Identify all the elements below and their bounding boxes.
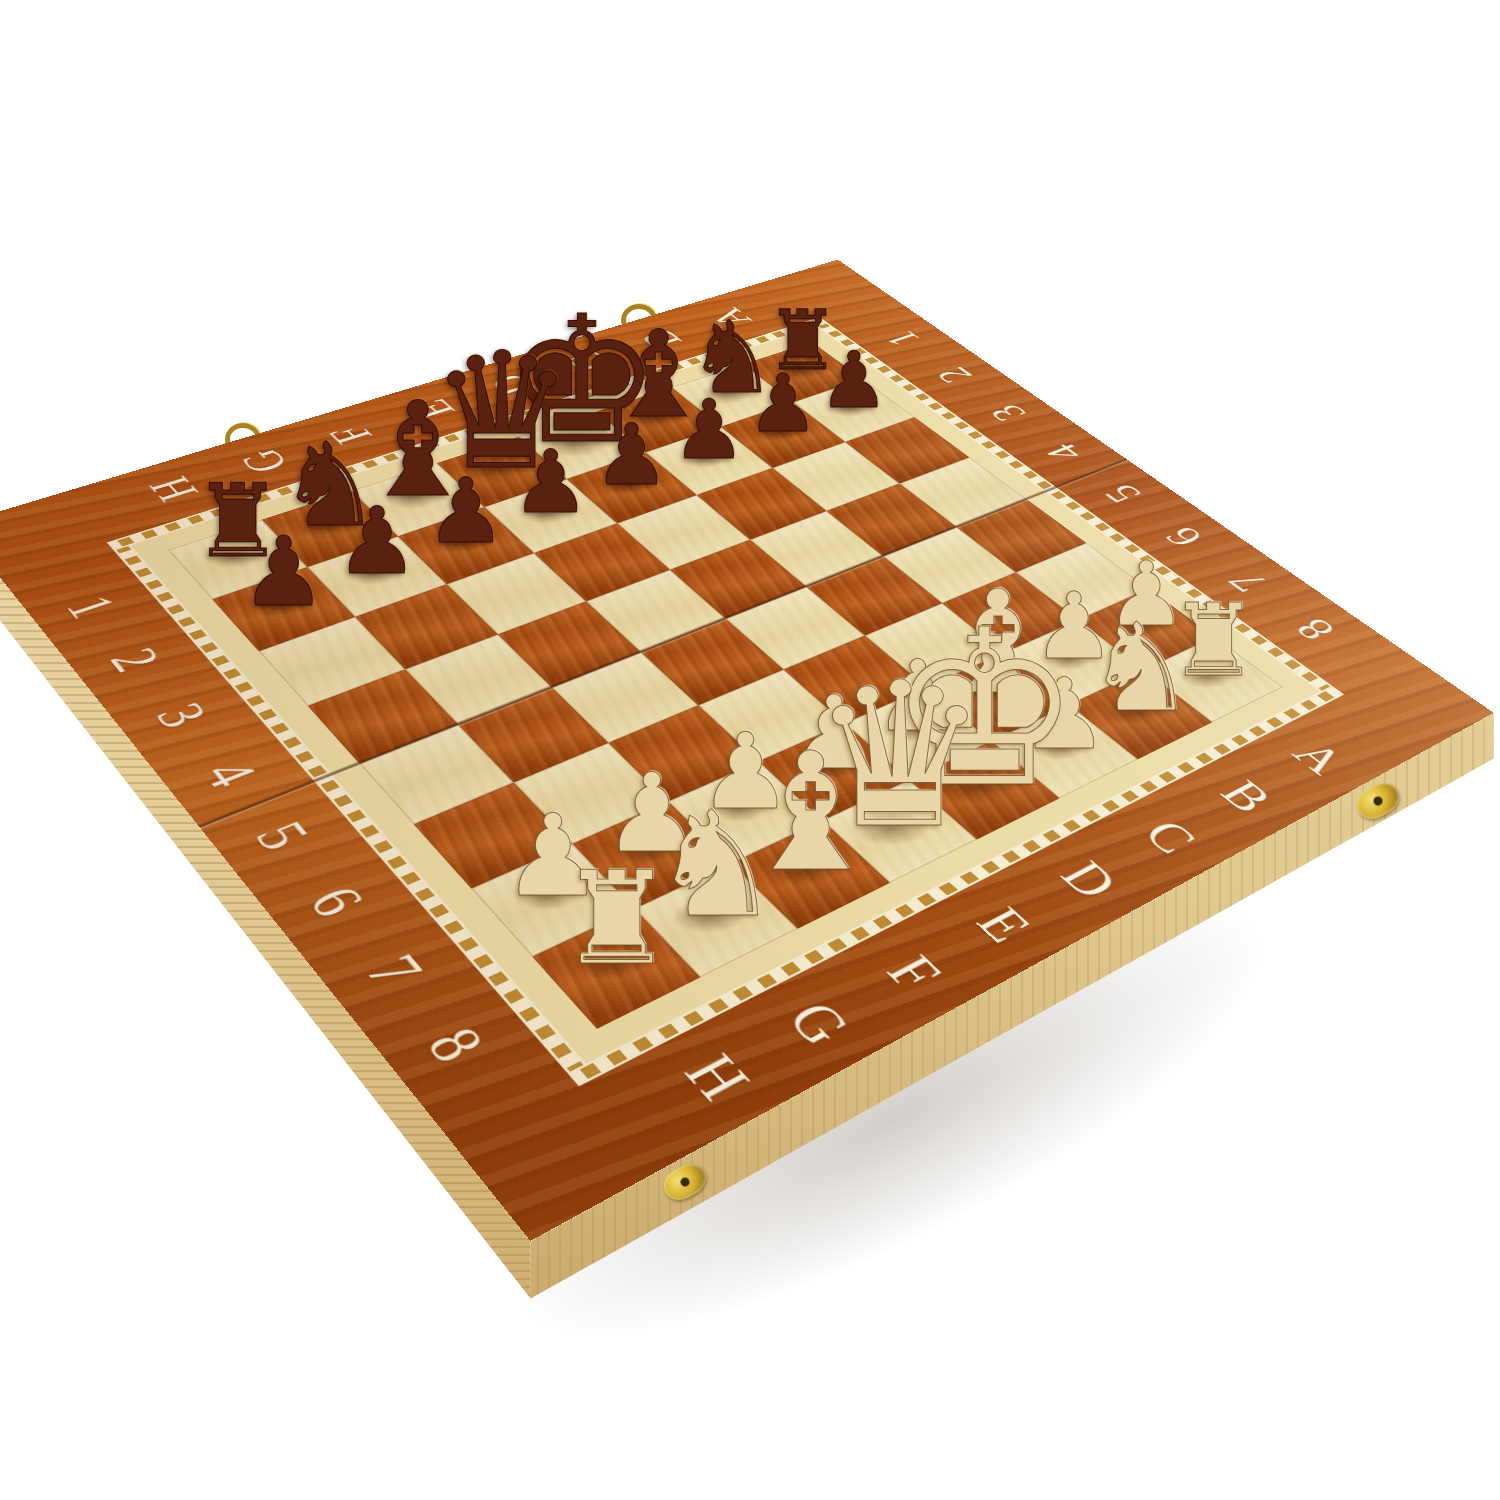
chess-board: 11AA22BB33CC44DD55EE66FF77GG88HH [0,260,1494,1241]
file-label-near: F [873,946,956,999]
rank-label-far: 8 [1284,612,1346,646]
rank-label-near: 1 [53,589,131,625]
rank-label-near: 6 [294,877,380,926]
rank-label-far: 3 [979,400,1037,426]
file-label-near: C [1131,812,1209,861]
rank-label-far: 5 [1093,479,1152,508]
rank-label-far: 2 [925,363,982,388]
file-label-far: G [226,444,301,479]
file-label-near: G [772,992,865,1055]
rank-label-far: 4 [1035,439,1093,467]
rank-label-far: 1 [874,327,930,351]
file-label-near: D [1048,853,1131,907]
file-label-far: D [478,369,546,400]
file-label-far: H [135,471,212,508]
rank-label-far: 6 [1154,522,1214,553]
file-label-near: B [1209,773,1285,820]
rank-label-near: 7 [350,945,438,998]
rank-label-far: 7 [1217,566,1278,598]
rank-label-near: 8 [411,1017,501,1073]
file-label-far: C [555,347,620,376]
rank-label-near: 3 [141,695,222,736]
rank-label-near: 5 [240,813,325,859]
rank-label-near: 4 [189,752,272,795]
file-label-near: E [964,898,1046,951]
file-label-far: B [629,325,692,353]
file-label-near: H [669,1044,765,1111]
file-label-far: A [699,304,762,332]
file-label-far: F [316,420,384,450]
file-label-far: E [399,394,467,424]
rank-label-near: 2 [96,641,175,679]
file-label-near: A [1281,735,1357,782]
product-photo-stage: 11AA22BB33CC44DD55EE66FF77GG88HH ♜♞♝♚♛♝♞… [0,0,1500,1500]
